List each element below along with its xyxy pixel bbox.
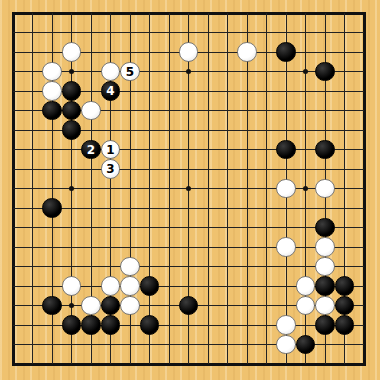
stone-black[interactable] — [62, 315, 82, 335]
stone-black[interactable] — [315, 140, 335, 160]
stone-white[interactable] — [276, 237, 296, 257]
stone-white[interactable] — [42, 81, 62, 101]
stone-black[interactable] — [42, 101, 62, 121]
stone-black[interactable] — [62, 81, 82, 101]
stone-white[interactable] — [276, 315, 296, 335]
stone-black-move-2[interactable]: 2 — [81, 140, 101, 160]
stone-white[interactable] — [315, 237, 335, 257]
stone-white[interactable] — [276, 335, 296, 355]
go-board-grid: 54213 — [3, 3, 374, 374]
stone-white-move-5[interactable]: 5 — [120, 62, 140, 82]
stone-white[interactable] — [296, 296, 316, 316]
stone-black[interactable] — [315, 218, 335, 238]
stone-white[interactable] — [120, 296, 140, 316]
stone-white[interactable] — [101, 276, 121, 296]
stone-black[interactable] — [296, 335, 316, 355]
stone-white[interactable] — [81, 296, 101, 316]
stone-white[interactable] — [179, 42, 199, 62]
stone-white-move-3[interactable]: 3 — [101, 159, 121, 179]
stone-black[interactable] — [62, 101, 82, 121]
stone-white[interactable] — [62, 42, 82, 62]
go-board[interactable]: 54213 — [0, 0, 380, 380]
stone-black-move-4[interactable]: 4 — [101, 81, 121, 101]
stone-white[interactable] — [315, 179, 335, 199]
stone-white[interactable] — [237, 42, 257, 62]
stone-white[interactable] — [81, 101, 101, 121]
stone-black[interactable] — [140, 315, 160, 335]
stone-black[interactable] — [315, 62, 335, 82]
stone-white[interactable] — [42, 62, 62, 82]
stone-black[interactable] — [81, 315, 101, 335]
stone-black[interactable] — [62, 120, 82, 140]
stone-black[interactable] — [179, 296, 199, 316]
stone-white[interactable] — [315, 257, 335, 277]
stone-black[interactable] — [42, 296, 62, 316]
stone-black[interactable] — [335, 276, 355, 296]
stone-white[interactable] — [315, 296, 335, 316]
stone-white[interactable] — [276, 179, 296, 199]
stone-white[interactable] — [296, 276, 316, 296]
stone-white[interactable] — [120, 257, 140, 277]
stone-white[interactable] — [101, 62, 121, 82]
stone-black[interactable] — [101, 315, 121, 335]
stone-black[interactable] — [276, 42, 296, 62]
stone-black[interactable] — [140, 276, 160, 296]
stone-white[interactable] — [62, 276, 82, 296]
stone-white[interactable] — [120, 276, 140, 296]
stone-black[interactable] — [315, 315, 335, 335]
stone-black[interactable] — [101, 296, 121, 316]
stone-black[interactable] — [335, 296, 355, 316]
stone-black[interactable] — [276, 140, 296, 160]
stone-white-move-1[interactable]: 1 — [101, 140, 121, 160]
stone-black[interactable] — [42, 198, 62, 218]
stone-black[interactable] — [335, 315, 355, 335]
stone-black[interactable] — [315, 276, 335, 296]
